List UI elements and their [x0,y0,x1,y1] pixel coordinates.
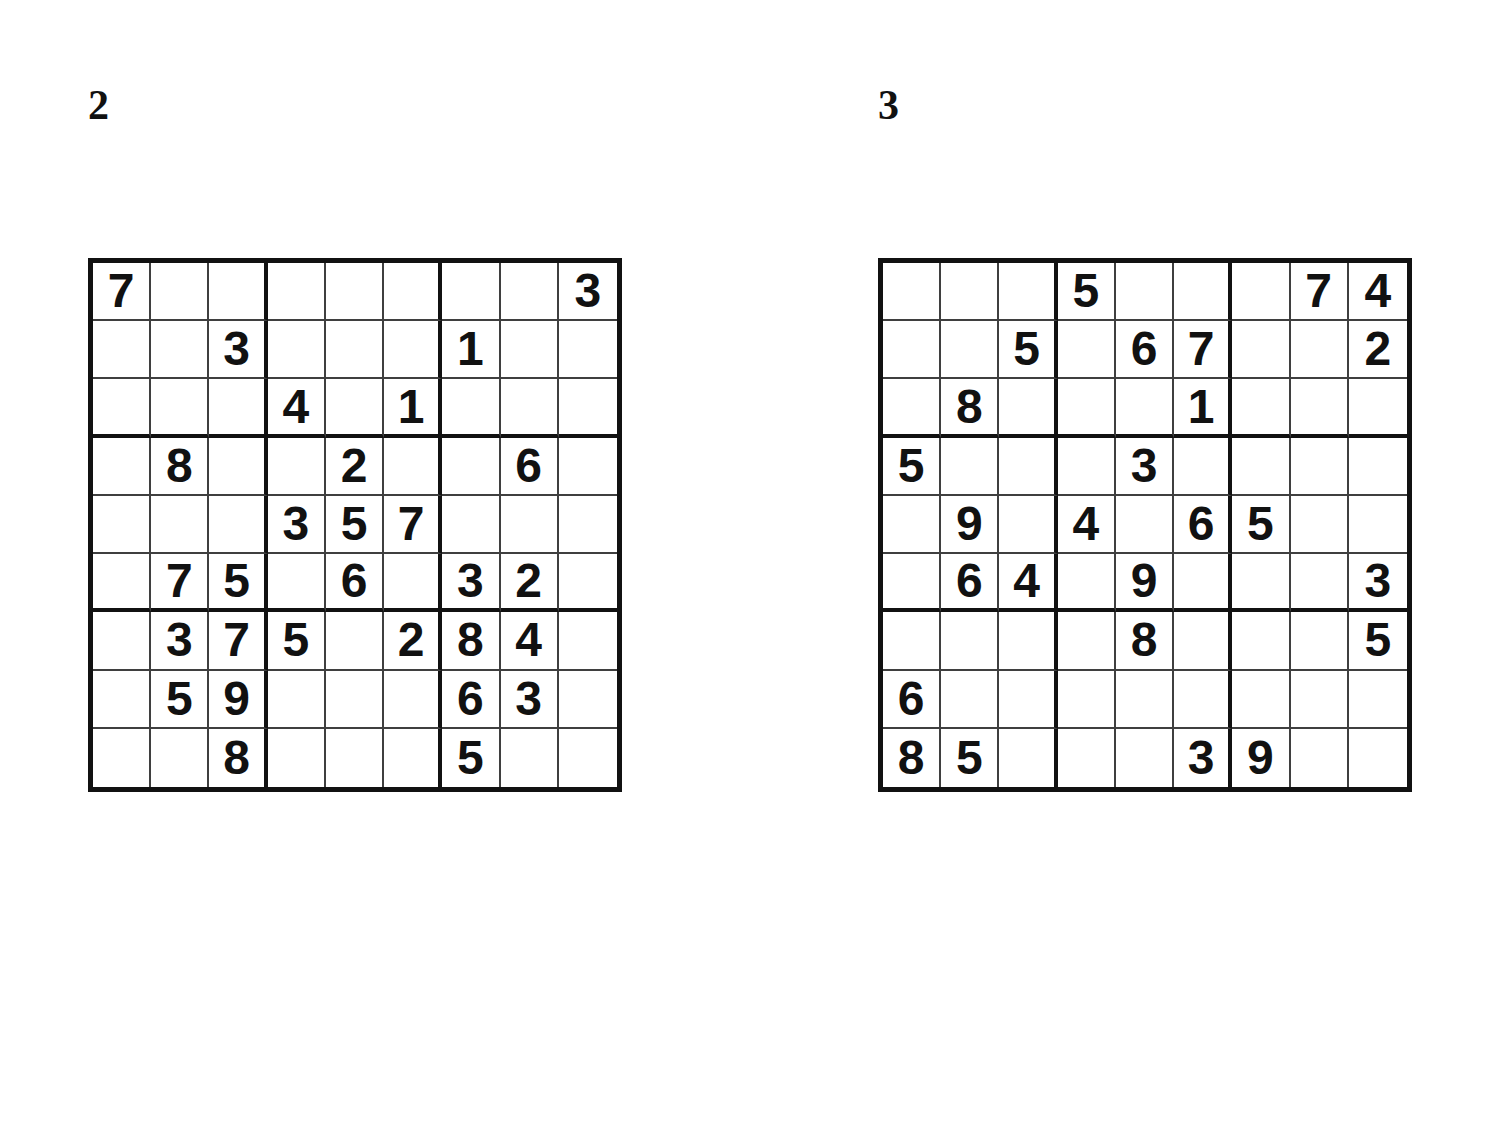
cell-r9c6[interactable] [384,729,442,787]
cell-r7c3: 7 [209,612,267,670]
cell-r1c8: 7 [1291,263,1349,321]
cell-r3c9[interactable] [559,379,617,437]
cell-r3c7[interactable] [1232,379,1290,437]
cell-r9c9[interactable] [559,729,617,787]
cell-r4c7[interactable] [442,438,500,496]
cell-r9c6: 3 [1174,729,1232,787]
cell-r2c3: 5 [999,321,1057,379]
cell-r5c7: 5 [1232,496,1290,554]
sudoku-board-3: 57456728153946564938568539 [878,258,1412,792]
cell-r2c1[interactable] [883,321,941,379]
cell-r7c4: 5 [268,612,326,670]
cell-r8c3[interactable] [999,671,1057,729]
cell-r8c5[interactable] [326,671,384,729]
cell-r3c1[interactable] [93,379,151,437]
cell-r9c8[interactable] [1291,729,1349,787]
cell-r5c6: 6 [1174,496,1232,554]
cell-r2c1[interactable] [93,321,151,379]
cell-r8c8[interactable] [1291,671,1349,729]
cell-r8c9[interactable] [559,671,617,729]
cell-r1c2[interactable] [151,263,209,321]
cell-r5c2[interactable] [151,496,209,554]
cell-r3c8[interactable] [501,379,559,437]
cell-r9c9[interactable] [1349,729,1407,787]
cell-r4c2[interactable] [941,438,999,496]
cell-r5c5: 5 [326,496,384,554]
cell-r2c4[interactable] [1058,321,1116,379]
cell-r6c4[interactable] [268,554,326,612]
puzzle-2-number: 2 [88,84,109,126]
cell-r2c6: 7 [1174,321,1232,379]
cell-r6c1[interactable] [93,554,151,612]
cell-r4c5: 3 [1116,438,1174,496]
cell-r8c1: 6 [883,671,941,729]
cell-r9c4[interactable] [268,729,326,787]
cell-r3c1[interactable] [883,379,941,437]
cell-r7c8[interactable] [1291,612,1349,670]
cell-r1c9: 3 [559,263,617,321]
cell-r1c6[interactable] [384,263,442,321]
cell-r3c5[interactable] [326,379,384,437]
cell-r9c1: 8 [883,729,941,787]
cell-r5c1[interactable] [883,496,941,554]
cell-r9c4[interactable] [1058,729,1116,787]
puzzle-page: 2 73314182635775632375284596385 3 574567… [0,0,1500,1136]
cell-r3c3[interactable] [999,379,1057,437]
cell-r8c9[interactable] [1349,671,1407,729]
cell-r5c9[interactable] [559,496,617,554]
cell-r5c8[interactable] [1291,496,1349,554]
cell-r6c1[interactable] [883,554,941,612]
cell-r7c6: 2 [384,612,442,670]
cell-r6c2: 7 [151,554,209,612]
cell-r4c1: 5 [883,438,941,496]
cell-r2c2[interactable] [941,321,999,379]
cell-r2c7: 1 [442,321,500,379]
cell-r5c3[interactable] [209,496,267,554]
cell-r7c5[interactable] [326,612,384,670]
cell-r8c4[interactable] [1058,671,1116,729]
cell-r7c3[interactable] [999,612,1057,670]
cell-r3c6: 1 [384,379,442,437]
cell-r8c3: 9 [209,671,267,729]
cell-r2c7[interactable] [1232,321,1290,379]
cell-r5c3[interactable] [999,496,1057,554]
cell-r5c5[interactable] [1116,496,1174,554]
cell-r5c1[interactable] [93,496,151,554]
cell-r8c2: 5 [151,671,209,729]
cell-r5c6: 7 [384,496,442,554]
cell-r2c9: 2 [1349,321,1407,379]
cell-r6c3: 4 [999,554,1057,612]
cell-r4c4[interactable] [268,438,326,496]
cell-r8c8: 3 [501,671,559,729]
cell-r4c6[interactable] [1174,438,1232,496]
cell-r7c9: 5 [1349,612,1407,670]
cell-r3c4: 4 [268,379,326,437]
cell-r4c5: 2 [326,438,384,496]
cell-r6c7: 3 [442,554,500,612]
cell-r8c2[interactable] [941,671,999,729]
sudoku-board-2: 73314182635775632375284596385 [88,258,622,792]
cell-r9c7: 9 [1232,729,1290,787]
cell-r3c2[interactable] [151,379,209,437]
cell-r4c8[interactable] [1291,438,1349,496]
cell-r4c3[interactable] [209,438,267,496]
cell-r3c2: 8 [941,379,999,437]
cell-r7c7: 8 [442,612,500,670]
cell-r6c9[interactable] [559,554,617,612]
cell-r8c7: 6 [442,671,500,729]
cell-r9c8[interactable] [501,729,559,787]
cell-r4c7[interactable] [1232,438,1290,496]
cell-r3c3[interactable] [209,379,267,437]
cell-r4c4[interactable] [1058,438,1116,496]
cell-r1c8[interactable] [501,263,559,321]
cell-r2c8[interactable] [1291,321,1349,379]
cell-r8c1[interactable] [93,671,151,729]
cell-r7c6[interactable] [1174,612,1232,670]
cell-r1c3[interactable] [209,263,267,321]
cell-r1c4: 5 [1058,263,1116,321]
cell-r7c4[interactable] [1058,612,1116,670]
cell-r7c2: 3 [151,612,209,670]
cell-r2c2[interactable] [151,321,209,379]
cell-r3c5[interactable] [1116,379,1174,437]
cell-r4c6[interactable] [384,438,442,496]
cell-r8c6[interactable] [384,671,442,729]
cell-r5c2: 9 [941,496,999,554]
cell-r5c8[interactable] [501,496,559,554]
cell-r9c3[interactable] [999,729,1057,787]
cell-r9c2[interactable] [151,729,209,787]
cell-r4c2: 8 [151,438,209,496]
cell-r7c1[interactable] [93,612,151,670]
cell-r3c6: 1 [1174,379,1232,437]
cell-r1c5[interactable] [326,263,384,321]
cell-r1c2[interactable] [941,263,999,321]
cell-r9c3: 8 [209,729,267,787]
cell-r8c5[interactable] [1116,671,1174,729]
cell-r1c1: 7 [93,263,151,321]
cell-r6c8: 2 [501,554,559,612]
cell-r1c9: 4 [1349,263,1407,321]
cell-r4c9[interactable] [559,438,617,496]
cell-r7c9[interactable] [559,612,617,670]
cell-r4c1[interactable] [93,438,151,496]
cell-r6c5: 9 [1116,554,1174,612]
cell-r1c6[interactable] [1174,263,1232,321]
cell-r1c7[interactable] [1232,263,1290,321]
cell-r6c8[interactable] [1291,554,1349,612]
cell-r2c5: 6 [1116,321,1174,379]
cell-r5c7[interactable] [442,496,500,554]
cell-r4c3[interactable] [999,438,1057,496]
cell-r9c5[interactable] [1116,729,1174,787]
cell-r8c7[interactable] [1232,671,1290,729]
cell-r6c5: 6 [326,554,384,612]
cell-r2c5[interactable] [326,321,384,379]
cell-r3c9[interactable] [1349,379,1407,437]
cell-r4c8: 6 [501,438,559,496]
puzzle-3-number: 3 [878,84,899,126]
cell-r7c7[interactable] [1232,612,1290,670]
cell-r6c4[interactable] [1058,554,1116,612]
cell-r1c3[interactable] [999,263,1057,321]
cell-r2c4[interactable] [268,321,326,379]
cell-r2c3: 3 [209,321,267,379]
cell-r1c7[interactable] [442,263,500,321]
cell-r3c4[interactable] [1058,379,1116,437]
cell-r5c4: 4 [1058,496,1116,554]
cell-r6c7[interactable] [1232,554,1290,612]
cell-r8c4[interactable] [268,671,326,729]
cell-r7c5: 8 [1116,612,1174,670]
cell-r8c6[interactable] [1174,671,1232,729]
cell-r7c8: 4 [501,612,559,670]
cell-r6c9: 3 [1349,554,1407,612]
cell-r9c1[interactable] [93,729,151,787]
cell-r9c7: 5 [442,729,500,787]
cell-r1c5[interactable] [1116,263,1174,321]
cell-r9c5[interactable] [326,729,384,787]
cell-r2c9[interactable] [559,321,617,379]
cell-r1c4[interactable] [268,263,326,321]
cell-r4c9[interactable] [1349,438,1407,496]
cell-r9c2: 5 [941,729,999,787]
cell-r2c6[interactable] [384,321,442,379]
cell-r3c7[interactable] [442,379,500,437]
cell-r6c2: 6 [941,554,999,612]
cell-r5c4: 3 [268,496,326,554]
cell-r2c8[interactable] [501,321,559,379]
cell-r6c6[interactable] [1174,554,1232,612]
cell-r7c2[interactable] [941,612,999,670]
cell-r6c6[interactable] [384,554,442,612]
cell-r5c9[interactable] [1349,496,1407,554]
cell-r1c1[interactable] [883,263,941,321]
cell-r3c8[interactable] [1291,379,1349,437]
cell-r6c3: 5 [209,554,267,612]
cell-r7c1[interactable] [883,612,941,670]
